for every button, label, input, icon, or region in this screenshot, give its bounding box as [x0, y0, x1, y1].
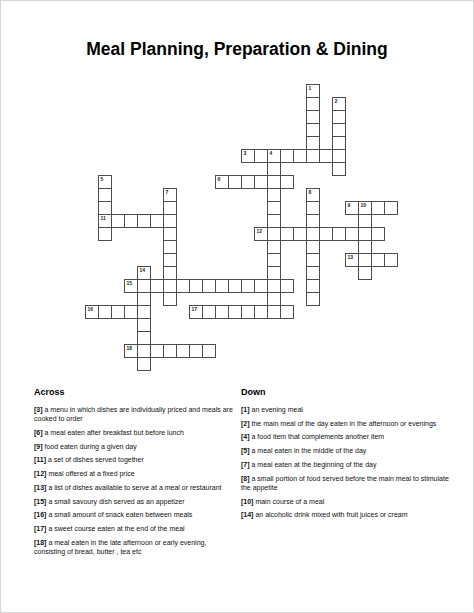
clue-number: [16] [34, 511, 46, 518]
grid-cell[interactable]: 13 [345, 253, 359, 267]
cell-number: 9 [348, 203, 351, 208]
cell-number: 12 [257, 229, 263, 234]
clue-item: [11] a set of dishes served together [34, 455, 239, 464]
grid-cell[interactable] [358, 240, 372, 254]
grid-cell[interactable] [163, 292, 177, 306]
cell-number: 18 [127, 346, 133, 351]
clue-number: [9] [34, 443, 43, 450]
clue-item: [18] a meal eaten in the late afternoon … [34, 538, 239, 556]
cell-number: 6 [218, 177, 221, 182]
grid-cell[interactable] [202, 305, 216, 319]
grid-cell[interactable] [306, 279, 320, 293]
clue-item: [6] a meal eaten after breakfast but bef… [34, 428, 239, 437]
grid-cell[interactable] [98, 201, 112, 215]
clue-item: [8] a small portion of food served befor… [241, 474, 453, 492]
grid-cell[interactable] [98, 188, 112, 202]
grid-cell[interactable] [267, 266, 281, 280]
grid-cell[interactable] [306, 149, 320, 163]
grid-cell[interactable]: 7 [163, 188, 177, 202]
clue-number: [14] [241, 511, 253, 518]
grid-cell[interactable] [163, 214, 177, 228]
grid-cell[interactable] [137, 279, 151, 293]
grid-cell[interactable] [319, 149, 333, 163]
grid-cell[interactable] [163, 266, 177, 280]
clue-item: [10] main course of a meal [241, 497, 453, 506]
grid-cell[interactable] [137, 305, 151, 319]
grid-cell[interactable] [254, 175, 268, 189]
grid-cell[interactable] [384, 201, 398, 215]
clue-number: [5] [241, 447, 250, 454]
cell-number: 3 [244, 151, 247, 156]
grid-cell[interactable] [306, 136, 320, 150]
grid-cell[interactable]: 15 [124, 279, 138, 293]
grid-cell[interactable]: 2 [332, 97, 346, 111]
grid-cell[interactable] [371, 201, 385, 215]
grid-cell[interactable] [293, 149, 307, 163]
grid-cell[interactable] [371, 253, 385, 267]
grid-cell[interactable] [306, 253, 320, 267]
clue-item: [3] a menu in which dishes are individua… [34, 405, 239, 423]
across-clues-list: [3] a menu in which dishes are individua… [34, 405, 239, 556]
grid-cell[interactable] [267, 162, 281, 176]
clue-number: [8] [241, 475, 250, 482]
grid-cell[interactable] [111, 305, 125, 319]
grid-cell[interactable] [306, 227, 320, 241]
grid-cell[interactable]: 17 [189, 305, 203, 319]
clue-number: [18] [34, 539, 46, 546]
grid-cell[interactable] [332, 162, 346, 176]
clue-item: [4] a food item that complements another… [241, 432, 453, 441]
clue-number: [2] [241, 420, 250, 427]
grid-cell[interactable] [228, 279, 242, 293]
grid-cell[interactable]: 12 [254, 227, 268, 241]
cell-number: 10 [361, 203, 367, 208]
across-header: Across [34, 387, 239, 397]
grid-cell[interactable] [332, 227, 346, 241]
page-title: Meal Planning, Preparation & Dining [1, 39, 473, 60]
grid-cell[interactable]: 18 [124, 344, 138, 358]
grid-cell[interactable]: 4 [267, 149, 281, 163]
grid-cell[interactable] [267, 201, 281, 215]
grid-cell[interactable] [137, 331, 151, 345]
grid-cell[interactable] [202, 279, 216, 293]
grid-cell[interactable] [137, 357, 151, 371]
grid-cell[interactable] [267, 188, 281, 202]
grid-cell[interactable] [241, 279, 255, 293]
clue-item: [17] a sweet course eaten at the end of … [34, 524, 239, 533]
cell-number: 11 [101, 216, 106, 221]
grid-cell[interactable] [267, 227, 281, 241]
clue-item: [9] food eaten during a given day [34, 442, 239, 451]
grid-cell[interactable] [111, 214, 125, 228]
down-clues-list: [1] an evening meal[2] the main meal of … [241, 405, 453, 520]
grid-cell[interactable] [280, 175, 294, 189]
clue-item: [1] an evening meal [241, 405, 453, 414]
grid-cell[interactable] [163, 253, 177, 267]
cell-number: 7 [166, 190, 169, 195]
grid-cell[interactable] [241, 175, 255, 189]
cell-number: 17 [192, 307, 198, 312]
clue-number: [11] [34, 456, 46, 463]
grid-cell[interactable] [163, 240, 177, 254]
grid-cell[interactable] [306, 123, 320, 137]
clue-number: [10] [241, 498, 253, 505]
clue-item: [15] a small savoury dish served as an a… [34, 497, 239, 506]
clue-number: [4] [241, 433, 250, 440]
grid-cell[interactable]: 8 [306, 188, 320, 202]
down-clues-section: Down [1] an evening meal[2] the main mea… [241, 387, 453, 524]
grid-cell[interactable] [384, 253, 398, 267]
grid-cell[interactable] [137, 344, 151, 358]
grid-cell[interactable] [332, 110, 346, 124]
cell-number: 13 [348, 255, 354, 260]
grid-cell[interactable] [176, 279, 190, 293]
cell-number: 4 [270, 151, 273, 156]
down-header: Down [241, 387, 453, 397]
grid-cell[interactable] [306, 240, 320, 254]
grid-cell[interactable] [358, 266, 372, 280]
grid-cell[interactable] [202, 344, 216, 358]
grid-cell[interactable] [215, 279, 229, 293]
grid-cell[interactable] [267, 305, 281, 319]
grid-cell[interactable] [358, 214, 372, 228]
grid-cell[interactable]: 14 [137, 266, 151, 280]
grid-cell[interactable] [371, 227, 385, 241]
grid-cell[interactable] [267, 292, 281, 306]
grid-cell[interactable] [280, 149, 294, 163]
clue-number: [17] [34, 525, 46, 532]
grid-cell[interactable] [163, 344, 177, 358]
grid-cell[interactable]: 10 [358, 201, 372, 215]
grid-cell[interactable] [215, 305, 229, 319]
grid-cell[interactable]: 6 [215, 175, 229, 189]
cell-number: 1 [309, 86, 312, 91]
grid-cell[interactable] [137, 292, 151, 306]
grid-cell[interactable] [189, 344, 203, 358]
grid-cell[interactable] [319, 227, 333, 241]
grid-cell[interactable]: 3 [241, 149, 255, 163]
grid-cell[interactable] [345, 227, 359, 241]
grid-cell[interactable] [306, 214, 320, 228]
across-clues-section: Across [3] a menu in which dishes are in… [34, 387, 239, 561]
grid-cell[interactable] [306, 110, 320, 124]
clue-item: [5] a meal eaten in the middle of the da… [241, 446, 453, 455]
grid-cell[interactable] [124, 305, 138, 319]
grid-cell[interactable] [306, 266, 320, 280]
grid-cell[interactable] [254, 279, 268, 293]
grid-cell[interactable] [280, 227, 294, 241]
clue-number: [13] [34, 484, 46, 491]
grid-cell[interactable] [267, 253, 281, 267]
clue-item: [7] a meal eaten at the beginning of the… [241, 460, 453, 469]
grid-cell[interactable] [163, 201, 177, 215]
cell-number: 15 [127, 281, 133, 286]
grid-cell[interactable]: 1 [306, 84, 320, 98]
grid-cell[interactable] [280, 305, 294, 319]
grid-cell[interactable]: 11 [98, 214, 112, 228]
grid-cell[interactable] [306, 201, 320, 215]
grid-cell[interactable] [176, 344, 190, 358]
grid-cell[interactable] [228, 175, 242, 189]
grid-cell[interactable] [254, 149, 268, 163]
grid-cell[interactable] [267, 240, 281, 254]
grid-cell[interactable] [358, 227, 372, 241]
grid-cell[interactable]: 9 [345, 201, 359, 215]
crossword-page: Meal Planning, Preparation & Dining 1234… [0, 0, 474, 613]
clue-item: [16] a small amount of snack eaten betwe… [34, 510, 239, 519]
grid-cell[interactable] [98, 305, 112, 319]
grid-cell[interactable] [137, 214, 151, 228]
grid-cell[interactable] [358, 253, 372, 267]
clue-number: [3] [34, 406, 43, 413]
cell-number: 5 [101, 177, 104, 182]
grid-cell[interactable] [280, 279, 294, 293]
grid-cell[interactable] [163, 227, 177, 241]
grid-cell[interactable] [137, 318, 151, 332]
clue-number: [12] [34, 470, 46, 477]
grid-cell[interactable] [267, 279, 281, 293]
grid-cell[interactable]: 16 [85, 305, 99, 319]
cell-number: 8 [309, 190, 312, 195]
grid-cell[interactable] [150, 214, 164, 228]
grid-cell[interactable] [267, 214, 281, 228]
clue-item: [12] meal offered at a fixed price [34, 469, 239, 478]
clue-item: [13] a list of dishes available to serve… [34, 483, 239, 492]
grid-cell[interactable] [293, 227, 307, 241]
grid-cell[interactable] [189, 279, 203, 293]
clue-item: [14] an alcoholic drink mixed with fruit… [241, 510, 453, 519]
clue-item: [2] the main meal of the day eaten in th… [241, 419, 453, 428]
clue-number: [1] [241, 406, 250, 413]
cell-number: 2 [335, 99, 338, 104]
grid-cell[interactable] [98, 227, 112, 241]
grid-cell[interactable] [241, 305, 255, 319]
grid-cell[interactable] [332, 149, 346, 163]
grid-cell[interactable] [150, 344, 164, 358]
grid-cell[interactable] [228, 305, 242, 319]
clue-number: [15] [34, 498, 46, 505]
grid-cell[interactable]: 5 [98, 175, 112, 189]
grid-cell[interactable] [124, 214, 138, 228]
grid-cell[interactable] [306, 97, 320, 111]
clue-number: [7] [241, 461, 250, 468]
clue-number: [6] [34, 429, 43, 436]
cell-number: 14 [140, 268, 146, 273]
grid-cell[interactable] [332, 136, 346, 150]
grid-cell[interactable] [306, 292, 320, 306]
grid-cell[interactable] [150, 279, 164, 293]
grid-cell[interactable] [332, 123, 346, 137]
crossword-grid: 123456789101112131415161718 [85, 84, 398, 371]
grid-cell[interactable] [254, 305, 268, 319]
cell-number: 16 [88, 307, 94, 312]
grid-cell[interactable] [163, 279, 177, 293]
grid-cell[interactable] [267, 175, 281, 189]
